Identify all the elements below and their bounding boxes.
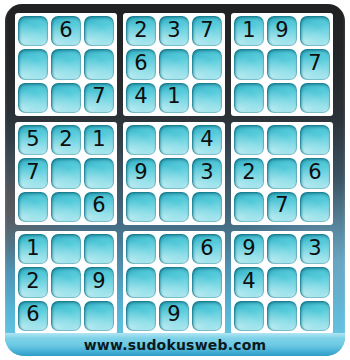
cell-r4-c2[interactable]: 2 xyxy=(51,125,81,155)
cell-digit: 2 xyxy=(59,129,72,150)
cell-r5-c9[interactable]: 6 xyxy=(300,158,330,188)
cell-r3-c7[interactable] xyxy=(234,83,264,113)
cell-r8-c3[interactable]: 9 xyxy=(84,267,114,297)
cell-r9-c1[interactable]: 6 xyxy=(18,301,48,331)
cell-r3-c5[interactable]: 1 xyxy=(159,83,189,113)
cell-r8-c2[interactable] xyxy=(51,267,81,297)
cell-r8-c7[interactable]: 4 xyxy=(234,267,264,297)
board-frame: 6723764119752176493267129669934 www.sudo… xyxy=(5,4,345,356)
cell-r7-c6[interactable]: 6 xyxy=(192,234,222,264)
cell-r7-c9[interactable]: 3 xyxy=(300,234,330,264)
box-2-2: 493 xyxy=(123,122,225,225)
box-1-1: 67 xyxy=(15,13,117,116)
cell-r7-c4[interactable] xyxy=(126,234,156,264)
cell-r2-c3[interactable] xyxy=(84,49,114,79)
cell-r8-c9[interactable] xyxy=(300,267,330,297)
cell-r7-c3[interactable] xyxy=(84,234,114,264)
cell-digit: 2 xyxy=(26,271,39,292)
cell-r1-c8[interactable]: 9 xyxy=(267,16,297,46)
cell-r2-c9[interactable]: 7 xyxy=(300,49,330,79)
cell-digit: 9 xyxy=(242,238,255,259)
cell-r2-c4[interactable]: 6 xyxy=(126,49,156,79)
cell-r9-c9[interactable] xyxy=(300,301,330,331)
cell-r9-c7[interactable] xyxy=(234,301,264,331)
cell-r4-c9[interactable] xyxy=(300,125,330,155)
cell-r1-c4[interactable]: 2 xyxy=(126,16,156,46)
cell-r1-c2[interactable]: 6 xyxy=(51,16,81,46)
cell-r4-c7[interactable] xyxy=(234,125,264,155)
cell-digit: 1 xyxy=(167,86,180,107)
cell-r6-c4[interactable] xyxy=(126,192,156,222)
cell-digit: 7 xyxy=(275,195,288,216)
cell-r5-c7[interactable]: 2 xyxy=(234,158,264,188)
cell-digit: 1 xyxy=(26,238,39,259)
box-1-3: 197 xyxy=(231,13,333,116)
cell-digit: 7 xyxy=(308,53,321,74)
cell-r6-c9[interactable] xyxy=(300,192,330,222)
cell-r5-c2[interactable] xyxy=(51,158,81,188)
cell-digit: 6 xyxy=(92,195,105,216)
cell-digit: 6 xyxy=(134,53,147,74)
cell-r6-c2[interactable] xyxy=(51,192,81,222)
cell-digit: 3 xyxy=(308,238,321,259)
cell-r6-c7[interactable] xyxy=(234,192,264,222)
cell-r3-c2[interactable] xyxy=(51,83,81,113)
box-1-2: 237641 xyxy=(123,13,225,116)
cell-r5-c5[interactable] xyxy=(159,158,189,188)
cell-r2-c6[interactable] xyxy=(192,49,222,79)
cell-r2-c7[interactable] xyxy=(234,49,264,79)
cell-r3-c4[interactable]: 4 xyxy=(126,83,156,113)
cell-r5-c8[interactable] xyxy=(267,158,297,188)
cell-digit: 6 xyxy=(59,20,72,41)
cell-r8-c4[interactable] xyxy=(126,267,156,297)
cell-digit: 4 xyxy=(134,86,147,107)
cell-digit: 3 xyxy=(200,162,213,183)
cell-digit: 9 xyxy=(134,162,147,183)
cell-digit: 7 xyxy=(92,86,105,107)
cell-digit: 9 xyxy=(167,304,180,325)
cell-r7-c1[interactable]: 1 xyxy=(18,234,48,264)
cell-r4-c8[interactable] xyxy=(267,125,297,155)
cell-digit: 1 xyxy=(242,20,255,41)
cell-digit: 7 xyxy=(26,162,39,183)
cell-r8-c6[interactable] xyxy=(192,267,222,297)
sudoku-board: 6723764119752176493267129669934 xyxy=(15,13,333,334)
cell-digit: 4 xyxy=(242,271,255,292)
cell-r3-c9[interactable] xyxy=(300,83,330,113)
cell-digit: 2 xyxy=(242,162,255,183)
cell-digit: 4 xyxy=(200,129,213,150)
cell-r1-c7[interactable]: 1 xyxy=(234,16,264,46)
cell-r4-c3[interactable]: 1 xyxy=(84,125,114,155)
cell-r2-c8[interactable] xyxy=(267,49,297,79)
cell-r7-c5[interactable] xyxy=(159,234,189,264)
cell-r3-c3[interactable]: 7 xyxy=(84,83,114,113)
cell-r8-c8[interactable] xyxy=(267,267,297,297)
box-3-1: 1296 xyxy=(15,231,117,334)
cell-digit: 9 xyxy=(92,271,105,292)
cell-r6-c8[interactable]: 7 xyxy=(267,192,297,222)
cell-r4-c1[interactable]: 5 xyxy=(18,125,48,155)
cell-r1-c6[interactable]: 7 xyxy=(192,16,222,46)
box-2-3: 267 xyxy=(231,122,333,225)
box-2-1: 52176 xyxy=(15,122,117,225)
footer-band: www.sudokusweb.com xyxy=(5,333,345,356)
cell-r3-c1[interactable] xyxy=(18,83,48,113)
cell-r9-c6[interactable] xyxy=(192,301,222,331)
cell-r9-c8[interactable] xyxy=(267,301,297,331)
cell-r5-c3[interactable] xyxy=(84,158,114,188)
cell-digit: 6 xyxy=(26,304,39,325)
cell-r1-c3[interactable] xyxy=(84,16,114,46)
cell-digit: 2 xyxy=(134,20,147,41)
cell-r9-c3[interactable] xyxy=(84,301,114,331)
cell-r2-c1[interactable] xyxy=(18,49,48,79)
cell-r3-c8[interactable] xyxy=(267,83,297,113)
cell-r7-c7[interactable]: 9 xyxy=(234,234,264,264)
site-link[interactable]: www.sudokusweb.com xyxy=(84,337,267,353)
cell-r4-c4[interactable] xyxy=(126,125,156,155)
cell-r6-c5[interactable] xyxy=(159,192,189,222)
cell-r4-c6[interactable]: 4 xyxy=(192,125,222,155)
cell-r8-c5[interactable] xyxy=(159,267,189,297)
cell-r3-c6[interactable] xyxy=(192,83,222,113)
cell-r5-c6[interactable]: 3 xyxy=(192,158,222,188)
cell-r5-c4[interactable]: 9 xyxy=(126,158,156,188)
cell-r2-c2[interactable] xyxy=(51,49,81,79)
cell-r1-c1[interactable] xyxy=(18,16,48,46)
cell-r7-c2[interactable] xyxy=(51,234,81,264)
cell-r2-c5[interactable] xyxy=(159,49,189,79)
cell-r6-c1[interactable] xyxy=(18,192,48,222)
cell-r9-c5[interactable]: 9 xyxy=(159,301,189,331)
cell-r6-c6[interactable] xyxy=(192,192,222,222)
cell-digit: 3 xyxy=(167,20,180,41)
cell-r9-c4[interactable] xyxy=(126,301,156,331)
cell-r4-c5[interactable] xyxy=(159,125,189,155)
cell-r1-c9[interactable] xyxy=(300,16,330,46)
cell-digit: 6 xyxy=(200,238,213,259)
box-3-2: 69 xyxy=(123,231,225,334)
cell-digit: 1 xyxy=(92,129,105,150)
cell-r8-c1[interactable]: 2 xyxy=(18,267,48,297)
cell-r9-c2[interactable] xyxy=(51,301,81,331)
cell-digit: 9 xyxy=(275,20,288,41)
box-3-3: 934 xyxy=(231,231,333,334)
cell-r6-c3[interactable]: 6 xyxy=(84,192,114,222)
cell-digit: 6 xyxy=(308,162,321,183)
cell-r7-c8[interactable] xyxy=(267,234,297,264)
cell-digit: 7 xyxy=(200,20,213,41)
cell-digit: 5 xyxy=(26,129,39,150)
cell-r5-c1[interactable]: 7 xyxy=(18,158,48,188)
cell-r1-c5[interactable]: 3 xyxy=(159,16,189,46)
